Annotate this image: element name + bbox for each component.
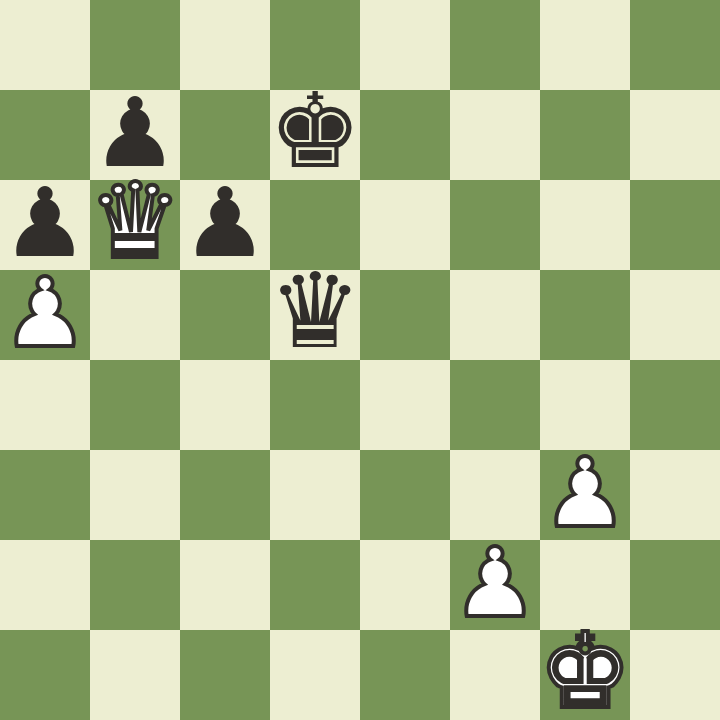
square-c2[interactable] <box>180 540 270 630</box>
square-d1[interactable] <box>270 630 360 720</box>
square-h5[interactable] <box>630 270 720 360</box>
white-pawn-a5[interactable]: ♟ <box>2 265 88 361</box>
white-king-g1[interactable]: ♚ <box>538 619 631 720</box>
square-h4[interactable] <box>630 360 720 450</box>
square-g1[interactable]: ♚ <box>540 630 630 720</box>
square-a5[interactable]: ♟ <box>0 270 90 360</box>
square-e8[interactable] <box>360 0 450 90</box>
square-a1[interactable] <box>0 630 90 720</box>
square-f5[interactable] <box>450 270 540 360</box>
square-d4[interactable] <box>270 360 360 450</box>
square-e2[interactable] <box>360 540 450 630</box>
square-g5[interactable] <box>540 270 630 360</box>
square-b6[interactable]: ♛ <box>90 180 180 270</box>
square-b2[interactable] <box>90 540 180 630</box>
square-f4[interactable] <box>450 360 540 450</box>
black-king-d7[interactable]: ♚ <box>268 79 361 183</box>
square-f1[interactable] <box>450 630 540 720</box>
square-g6[interactable] <box>540 180 630 270</box>
square-d3[interactable] <box>270 450 360 540</box>
square-b4[interactable] <box>90 360 180 450</box>
square-b3[interactable] <box>90 450 180 540</box>
square-c5[interactable] <box>180 270 270 360</box>
square-e4[interactable] <box>360 360 450 450</box>
square-e1[interactable] <box>360 630 450 720</box>
chess-board: ♟♚♟♛♟♟♛♟♟♚ <box>0 0 720 720</box>
square-e5[interactable] <box>360 270 450 360</box>
square-h7[interactable] <box>630 90 720 180</box>
square-e7[interactable] <box>360 90 450 180</box>
square-b5[interactable] <box>90 270 180 360</box>
white-queen-b6[interactable]: ♛ <box>88 169 181 273</box>
square-g7[interactable] <box>540 90 630 180</box>
black-queen-d5[interactable]: ♛ <box>268 259 361 363</box>
square-c6[interactable]: ♟ <box>180 180 270 270</box>
square-g3[interactable]: ♟ <box>540 450 630 540</box>
square-h3[interactable] <box>630 450 720 540</box>
square-f6[interactable] <box>450 180 540 270</box>
black-pawn-c6[interactable]: ♟ <box>182 175 268 271</box>
square-f7[interactable] <box>450 90 540 180</box>
square-b1[interactable] <box>90 630 180 720</box>
white-pawn-g3[interactable]: ♟ <box>542 445 628 541</box>
square-g8[interactable] <box>540 0 630 90</box>
square-a3[interactable] <box>0 450 90 540</box>
square-e6[interactable] <box>360 180 450 270</box>
square-f2[interactable]: ♟ <box>450 540 540 630</box>
square-c1[interactable] <box>180 630 270 720</box>
square-e3[interactable] <box>360 450 450 540</box>
square-c3[interactable] <box>180 450 270 540</box>
square-d7[interactable]: ♚ <box>270 90 360 180</box>
chess-board-container: ♟♚♟♛♟♟♛♟♟♚ <box>0 0 720 720</box>
square-c4[interactable] <box>180 360 270 450</box>
square-h1[interactable] <box>630 630 720 720</box>
square-h6[interactable] <box>630 180 720 270</box>
square-d2[interactable] <box>270 540 360 630</box>
square-a4[interactable] <box>0 360 90 450</box>
square-a8[interactable] <box>0 0 90 90</box>
square-h2[interactable] <box>630 540 720 630</box>
square-h8[interactable] <box>630 0 720 90</box>
square-c8[interactable] <box>180 0 270 90</box>
square-d5[interactable]: ♛ <box>270 270 360 360</box>
square-a2[interactable] <box>0 540 90 630</box>
white-pawn-f2[interactable]: ♟ <box>452 535 538 631</box>
square-f8[interactable] <box>450 0 540 90</box>
